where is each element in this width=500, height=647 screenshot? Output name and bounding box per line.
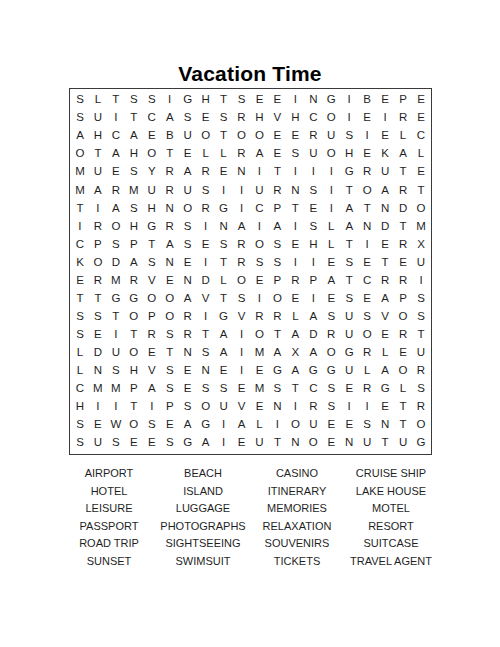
grid-cell: E [179,145,197,163]
grid-cell: A [71,127,89,145]
grid-cell: L [376,344,394,362]
grid-cell: T [215,253,233,271]
word-list-item: LUGGAGE [157,502,249,515]
grid-cell: M [125,181,143,199]
grid-cell: I [251,217,269,235]
grid-cell: I [197,253,215,271]
grid-cell: T [376,253,394,271]
grid-cell: E [251,362,269,380]
grid-cell: E [197,235,215,253]
word-list-item: MOTEL [345,502,437,515]
grid-cell: C [412,127,430,145]
grid-cell: P [394,290,412,308]
grid-cell: I [215,181,233,199]
word-list-item: ITINERARY [251,485,343,498]
grid-cell: O [233,271,251,289]
grid-cell: S [125,91,143,109]
grid-cell: E [268,145,286,163]
grid-cell: O [233,127,251,145]
grid-cell: E [322,253,340,271]
grid-cell: I [215,434,233,452]
grid-cell: A [340,199,358,217]
grid-cell: N [233,163,251,181]
grid-cell: K [71,253,89,271]
grid-cell: R [394,271,412,289]
grid-cell: S [71,109,89,127]
grid-cell: I [340,109,358,127]
grid-cell: T [71,199,89,217]
word-list-item: SIGHTSEEING [157,537,249,550]
grid-cell: C [71,235,89,253]
grid-cell: T [161,145,179,163]
grid-cell: S [215,235,233,253]
grid-cell: R [358,163,376,181]
grid-cell: R [322,326,340,344]
grid-cell: R [233,145,251,163]
grid-cell: U [376,163,394,181]
grid-cell: O [143,145,161,163]
grid-cell: G [179,91,197,109]
grid-cell: O [197,127,215,145]
grid-cell: C [304,380,322,398]
grid-cell: U [251,434,269,452]
grid-cell: V [268,109,286,127]
grid-cell: O [358,326,376,344]
grid-cell: E [412,109,430,127]
grid-cell: A [376,290,394,308]
grid-cell: E [161,416,179,434]
grid-cell: E [322,290,340,308]
grid-cell: G [143,217,161,235]
grid-cell: I [107,109,125,127]
grid-cell: R [179,308,197,326]
grid-cell: I [304,253,322,271]
grid-cell: U [412,344,430,362]
grid-cell: R [394,181,412,199]
grid-cell: T [412,181,430,199]
grid-cell: A [286,326,304,344]
grid-cell: R [143,326,161,344]
grid-cell: S [143,253,161,271]
grid-cell: I [340,91,358,109]
grid-cell: I [286,398,304,416]
grid-cell: S [233,91,251,109]
grid-cell: K [376,145,394,163]
grid-cell: H [125,362,143,380]
word-list-item: CRUISE SHIP [345,467,437,480]
grid-cell: L [322,217,340,235]
grid-cell: S [286,145,304,163]
grid-cell: S [340,290,358,308]
grid-cell: E [286,290,304,308]
grid-cell: S [233,290,251,308]
grid-cell: I [233,199,251,217]
grid-cell: E [125,434,143,452]
grid-cell: U [412,253,430,271]
grid-cell: R [358,344,376,362]
grid-cell: O [125,308,143,326]
grid-cell: G [322,91,340,109]
grid-cell: P [125,380,143,398]
grid-cell: S [215,109,233,127]
grid-cell: R [197,199,215,217]
grid-cell: O [161,290,179,308]
grid-cell: I [286,217,304,235]
grid-cell: H [71,398,89,416]
grid-cell: T [412,326,430,344]
grid-cell: R [161,163,179,181]
grid-cell: O [412,416,430,434]
grid-cell: N [286,434,304,452]
grid-cell: R [161,217,179,235]
grid-cell: S [125,199,143,217]
grid-cell: A [233,217,251,235]
grid-cell: R [268,308,286,326]
grid-cell: R [179,326,197,344]
grid-cell: A [125,253,143,271]
word-list-item: TICKETS [251,555,343,568]
grid-cell: U [340,362,358,380]
grid-cell: T [394,416,412,434]
grid-cell: T [197,326,215,344]
grid-cell: S [197,344,215,362]
grid-cell: H [251,109,269,127]
grid-cell: I [358,235,376,253]
grid-cell: G [197,416,215,434]
grid-cell: A [89,181,107,199]
grid-cell: S [161,362,179,380]
grid-cell: G [412,434,430,452]
grid-cell: H [197,91,215,109]
grid-cell: V [197,290,215,308]
grid-cell: R [304,398,322,416]
grid-cell: E [215,362,233,380]
grid-cell: N [161,199,179,217]
grid-cell: S [322,380,340,398]
grid-cell: S [412,290,430,308]
grid-cell: L [251,416,269,434]
word-list-item: PASSPORT [63,520,155,533]
grid-cell: E [322,434,340,452]
grid-cell: S [143,91,161,109]
grid-cell: R [233,109,251,127]
grid-cell: N [376,199,394,217]
grid-cell: C [143,109,161,127]
grid-cell: O [179,199,197,217]
grid-cell: T [161,344,179,362]
grid-cell: C [358,271,376,289]
grid-cell: E [412,163,430,181]
grid-cell: S [161,326,179,344]
grid-cell: R [286,271,304,289]
grid-cell: T [215,290,233,308]
grid-cell: N [340,434,358,452]
grid-cell: T [394,217,412,235]
grid-cell: A [197,434,215,452]
grid-cell: T [89,145,107,163]
grid-cell: L [197,145,215,163]
grid-cell: M [71,181,89,199]
grid-cell: V [143,271,161,289]
grid-cell: T [71,290,89,308]
grid-cell: E [71,271,89,289]
grid-cell: I [233,362,251,380]
grid-cell: L [215,271,233,289]
grid-cell: A [268,344,286,362]
grid-cell: S [358,308,376,326]
grid-cell: M [251,380,269,398]
grid-cell: I [286,163,304,181]
grid-cell: I [71,217,89,235]
grid-cell: Y [143,163,161,181]
grid-cell: E [358,145,376,163]
grid-cell: I [233,181,251,199]
grid-cell: T [268,434,286,452]
word-list-item: RELAXATION [251,520,343,533]
grid-cell: S [89,308,107,326]
grid-cell: E [376,127,394,145]
grid-cell: S [179,109,197,127]
grid-cell: G [376,380,394,398]
grid-cell: N [215,217,233,235]
grid-cell: I [322,181,340,199]
grid-cell: U [179,181,197,199]
grid-cell: R [412,362,430,380]
grid-cell: E [268,91,286,109]
word-search-grid: SLTSSIGHTSEEINGIBEPESUITCASESRHVHCOIEIRE… [69,88,432,455]
grid-cell: P [161,398,179,416]
grid-cell: S [107,235,125,253]
grid-cell: A [179,416,197,434]
grid-cell: E [358,290,376,308]
grid-cell: R [233,235,251,253]
grid-cell: D [197,271,215,289]
page-title: Vacation Time [0,62,500,86]
grid-cell: R [89,217,107,235]
grid-cell: D [107,253,125,271]
grid-cell: A [394,145,412,163]
grid-cell: H [89,127,107,145]
grid-cell: P [125,235,143,253]
grid-cell: O [394,308,412,326]
grid-cell: R [394,326,412,344]
grid-cell: B [161,127,179,145]
grid-cell: E [358,253,376,271]
word-list-item: SOUVENIRS [251,537,343,550]
grid-cell: M [107,380,125,398]
grid-cell: T [89,290,107,308]
grid-cell: S [197,181,215,199]
grid-cell: C [304,109,322,127]
grid-cell: L [71,362,89,380]
grid-cell: T [215,91,233,109]
grid-cell: I [286,253,304,271]
grid-cell: O [322,145,340,163]
grid-cell: G [179,434,197,452]
grid-cell: E [358,109,376,127]
grid-cell: T [268,163,286,181]
grid-cell: I [251,290,269,308]
grid-cell: E [233,380,251,398]
grid-cell: E [376,91,394,109]
grid-cell: I [412,271,430,289]
grid-cell: U [322,127,340,145]
grid-cell: T [340,271,358,289]
grid-cell: S [71,91,89,109]
grid-cell: V [233,398,251,416]
grid-cell: A [143,380,161,398]
grid-cell: G [340,163,358,181]
grid-cell: L [322,235,340,253]
grid-cell: R [304,127,322,145]
grid-cell: L [89,91,107,109]
grid-cell: A [376,362,394,380]
grid-cell: V [376,308,394,326]
grid-cell: E [179,253,197,271]
word-list-item: ISLAND [157,485,249,498]
grid-cell: T [107,91,125,109]
grid-cell: E [143,434,161,452]
grid-cell: X [412,235,430,253]
grid-cell: H [340,145,358,163]
grid-cell: X [286,344,304,362]
grid-cell: T [376,434,394,452]
grid-cell: N [179,344,197,362]
grid-cell: O [251,326,269,344]
grid-cell: A [340,217,358,235]
grid-cell: E [215,163,233,181]
grid-cell: S [179,217,197,235]
grid-cell: A [107,145,125,163]
grid-cell: U [89,163,107,181]
grid-cell: E [286,235,304,253]
grid-cell: E [340,380,358,398]
grid-cell: S [268,380,286,398]
grid-cell: U [89,109,107,127]
grid-cell: O [251,127,269,145]
grid-cell: E [251,398,269,416]
grid-cell: R [358,380,376,398]
grid-cell: A [268,217,286,235]
grid-cell: O [161,308,179,326]
grid-cell: R [394,235,412,253]
grid-cell: T [394,398,412,416]
grid-cell: P [268,199,286,217]
grid-cell: N [161,253,179,271]
grid-cell: S [268,253,286,271]
grid-cell: G [268,362,286,380]
grid-cell: L [358,362,376,380]
grid-cell: I [376,109,394,127]
grid-cell: S [197,380,215,398]
grid-cell: R [161,181,179,199]
grid-cell: A [179,163,197,181]
grid-cell: E [251,91,269,109]
word-list-item: HOTEL [63,485,155,498]
grid-cell: E [197,109,215,127]
grid-cell: E [376,235,394,253]
grid-cell: E [394,253,412,271]
grid-cell: U [143,181,161,199]
grid-cell: L [71,344,89,362]
grid-cell: O [286,416,304,434]
grid-cell: N [286,181,304,199]
word-list-item: AIRPORT [63,467,155,480]
grid-cell: T [340,235,358,253]
grid-cell: T [125,326,143,344]
grid-cell: U [251,181,269,199]
grid-cell: A [161,235,179,253]
grid-cell: A [125,127,143,145]
word-list-item: SWIMSUIT [157,555,249,568]
grid-cell: S [358,416,376,434]
grid-cell: R [268,181,286,199]
grid-cell: E [143,344,161,362]
grid-cell: I [304,163,322,181]
grid-cell: S [107,434,125,452]
grid-cell: E [304,199,322,217]
grid-cell: E [340,416,358,434]
grid-cell: I [322,163,340,181]
grid-cell: R [394,109,412,127]
grid-cell: O [304,434,322,452]
grid-cell: L [394,380,412,398]
grid-cell: O [394,362,412,380]
grid-cell: A [251,145,269,163]
grid-cell: O [412,199,430,217]
grid-cell: S [161,380,179,398]
grid-cell: S [71,308,89,326]
word-list-item: CASINO [251,467,343,480]
grid-cell: A [304,344,322,362]
grid-cell: D [304,326,322,344]
grid-cell: G [215,308,233,326]
grid-cell: E [251,271,269,289]
word-list-item: MEMORIES [251,502,343,515]
grid-cell: G [304,362,322,380]
grid-cell: A [215,326,233,344]
grid-cell: A [107,199,125,217]
grid-cell: S [340,253,358,271]
grid-cell: G [125,290,143,308]
word-list-item: LEISURE [63,502,155,515]
grid-cell: S [143,416,161,434]
grid-cell: A [304,308,322,326]
grid-cell: O [322,109,340,127]
grid-cell: I [340,398,358,416]
grid-cell: S [71,326,89,344]
grid-cell: I [304,290,322,308]
grid-cell: T [268,326,286,344]
grid-cell: P [143,308,161,326]
grid-cell: M [251,344,269,362]
grid-cell: V [143,362,161,380]
word-list: AIRPORTBEACHCASINOCRUISE SHIPHOTELISLAND… [63,467,437,567]
grid-cell: S [71,434,89,452]
grid-cell: P [268,271,286,289]
grid-cell: I [107,326,125,344]
grid-cell: G [107,290,125,308]
grid-cell: A [233,416,251,434]
grid-cell: P [304,271,322,289]
grid-cell: H [125,217,143,235]
grid-cell: I [89,398,107,416]
grid-cell: O [89,253,107,271]
grid-cell: G [340,344,358,362]
grid-cell: U [394,434,412,452]
grid-cell: I [322,199,340,217]
grid-cell: E [233,434,251,452]
